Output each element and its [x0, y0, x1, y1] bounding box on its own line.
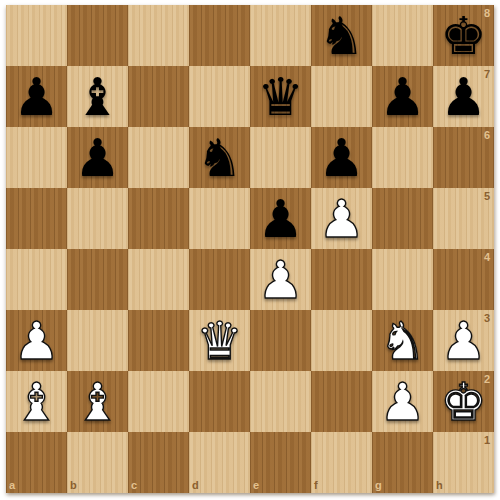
- rank-label-1: 1: [484, 435, 490, 446]
- square-e6[interactable]: [250, 127, 311, 188]
- square-f2[interactable]: [311, 371, 372, 432]
- file-label-e: e: [253, 480, 259, 491]
- square-c3[interactable]: [128, 310, 189, 371]
- square-f3[interactable]: [311, 310, 372, 371]
- square-g1[interactable]: g: [372, 432, 433, 493]
- file-label-g: g: [375, 480, 382, 491]
- square-g7[interactable]: ♟: [372, 66, 433, 127]
- square-c5[interactable]: [128, 188, 189, 249]
- square-c1[interactable]: c: [128, 432, 189, 493]
- piece-white-bishop-b2[interactable]: ♝: [67, 371, 128, 432]
- file-label-b: b: [70, 480, 77, 491]
- square-a6[interactable]: [6, 127, 67, 188]
- square-a8[interactable]: [6, 5, 67, 66]
- rank-label-4: 4: [484, 252, 490, 263]
- square-g6[interactable]: [372, 127, 433, 188]
- square-e7[interactable]: ♛: [250, 66, 311, 127]
- square-d3[interactable]: ♛: [189, 310, 250, 371]
- square-h7[interactable]: 7♟: [433, 66, 494, 127]
- piece-black-king-h8[interactable]: ♚: [433, 5, 494, 66]
- square-h1[interactable]: 1h: [433, 432, 494, 493]
- square-f7[interactable]: [311, 66, 372, 127]
- rank-label-6: 6: [484, 130, 490, 141]
- square-d1[interactable]: d: [189, 432, 250, 493]
- square-d7[interactable]: [189, 66, 250, 127]
- square-h5[interactable]: 5: [433, 188, 494, 249]
- square-a3[interactable]: ♟: [6, 310, 67, 371]
- square-f4[interactable]: [311, 249, 372, 310]
- square-a2[interactable]: ♝: [6, 371, 67, 432]
- square-d4[interactable]: [189, 249, 250, 310]
- piece-black-pawn-e5[interactable]: ♟: [250, 188, 311, 249]
- square-a4[interactable]: [6, 249, 67, 310]
- piece-white-pawn-a3[interactable]: ♟: [6, 310, 67, 371]
- piece-black-bishop-b7[interactable]: ♝: [67, 66, 128, 127]
- square-d6[interactable]: ♞: [189, 127, 250, 188]
- square-b1[interactable]: b: [67, 432, 128, 493]
- piece-black-pawn-g7[interactable]: ♟: [372, 66, 433, 127]
- piece-white-queen-d3[interactable]: ♛: [189, 310, 250, 371]
- square-d5[interactable]: [189, 188, 250, 249]
- square-a1[interactable]: a: [6, 432, 67, 493]
- piece-black-knight-f8[interactable]: ♞: [311, 5, 372, 66]
- chess-board: ♞8♚♟♝♛♟7♟♟♞♟6♟♟5♟4♟♛♞3♟♝♝♟2♚abcdefg1h: [6, 5, 494, 493]
- square-c8[interactable]: [128, 5, 189, 66]
- piece-white-pawn-g2[interactable]: ♟: [372, 371, 433, 432]
- square-h4[interactable]: 4: [433, 249, 494, 310]
- square-g5[interactable]: [372, 188, 433, 249]
- file-label-h: h: [436, 480, 443, 491]
- square-a7[interactable]: ♟: [6, 66, 67, 127]
- piece-white-knight-g3[interactable]: ♞: [372, 310, 433, 371]
- square-d8[interactable]: [189, 5, 250, 66]
- file-label-a: a: [9, 480, 15, 491]
- square-b7[interactable]: ♝: [67, 66, 128, 127]
- piece-black-pawn-a7[interactable]: ♟: [6, 66, 67, 127]
- square-f8[interactable]: ♞: [311, 5, 372, 66]
- square-e2[interactable]: [250, 371, 311, 432]
- square-d2[interactable]: [189, 371, 250, 432]
- piece-white-king-h2[interactable]: ♚: [433, 371, 494, 432]
- square-g4[interactable]: [372, 249, 433, 310]
- square-c2[interactable]: [128, 371, 189, 432]
- rank-label-5: 5: [484, 191, 490, 202]
- piece-white-pawn-f5[interactable]: ♟: [311, 188, 372, 249]
- file-label-f: f: [314, 480, 318, 491]
- square-c4[interactable]: [128, 249, 189, 310]
- square-b2[interactable]: ♝: [67, 371, 128, 432]
- piece-black-knight-d6[interactable]: ♞: [189, 127, 250, 188]
- square-b5[interactable]: [67, 188, 128, 249]
- file-label-c: c: [131, 480, 137, 491]
- piece-white-bishop-a2[interactable]: ♝: [6, 371, 67, 432]
- square-g3[interactable]: ♞: [372, 310, 433, 371]
- square-g8[interactable]: [372, 5, 433, 66]
- file-label-d: d: [192, 480, 199, 491]
- piece-white-pawn-h3[interactable]: ♟: [433, 310, 494, 371]
- piece-black-queen-e7[interactable]: ♛: [250, 66, 311, 127]
- piece-black-pawn-b6[interactable]: ♟: [67, 127, 128, 188]
- square-h3[interactable]: 3♟: [433, 310, 494, 371]
- square-f1[interactable]: f: [311, 432, 372, 493]
- square-g2[interactable]: ♟: [372, 371, 433, 432]
- piece-black-pawn-f6[interactable]: ♟: [311, 127, 372, 188]
- square-c7[interactable]: [128, 66, 189, 127]
- square-e1[interactable]: e: [250, 432, 311, 493]
- square-e3[interactable]: [250, 310, 311, 371]
- square-b6[interactable]: ♟: [67, 127, 128, 188]
- square-h2[interactable]: 2♚: [433, 371, 494, 432]
- square-b8[interactable]: [67, 5, 128, 66]
- piece-white-pawn-e4[interactable]: ♟: [250, 249, 311, 310]
- square-b3[interactable]: [67, 310, 128, 371]
- square-e4[interactable]: ♟: [250, 249, 311, 310]
- square-e8[interactable]: [250, 5, 311, 66]
- page: ♞8♚♟♝♛♟7♟♟♞♟6♟♟5♟4♟♛♞3♟♝♝♟2♚abcdefg1h: [0, 0, 500, 500]
- square-f6[interactable]: ♟: [311, 127, 372, 188]
- piece-black-pawn-h7[interactable]: ♟: [433, 66, 494, 127]
- square-h6[interactable]: 6: [433, 127, 494, 188]
- square-h8[interactable]: 8♚: [433, 5, 494, 66]
- square-e5[interactable]: ♟: [250, 188, 311, 249]
- square-a5[interactable]: [6, 188, 67, 249]
- square-b4[interactable]: [67, 249, 128, 310]
- square-c6[interactable]: [128, 127, 189, 188]
- square-f5[interactable]: ♟: [311, 188, 372, 249]
